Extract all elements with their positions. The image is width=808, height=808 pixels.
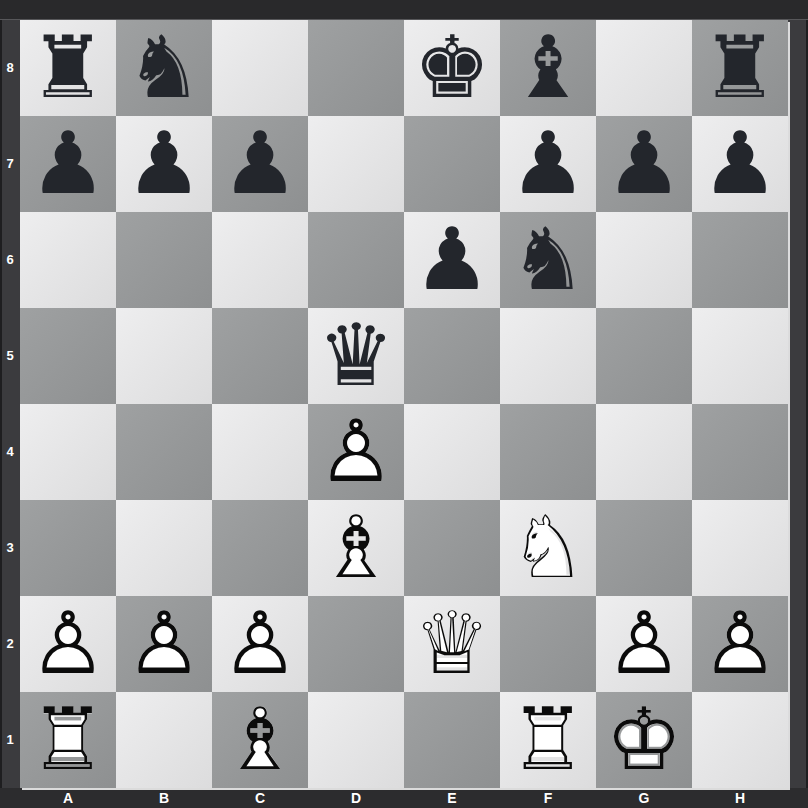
- piece-outline: ♙: [308, 404, 404, 500]
- square-b3[interactable]: [116, 500, 212, 596]
- white-bishop[interactable]: ♝♗: [308, 500, 404, 596]
- black-pawn[interactable]: ♟: [596, 116, 692, 212]
- square-g2[interactable]: ♟♙: [596, 596, 692, 692]
- square-b8[interactable]: ♞: [116, 20, 212, 116]
- square-e6[interactable]: ♟: [404, 212, 500, 308]
- square-g4[interactable]: [596, 404, 692, 500]
- square-g6[interactable]: [596, 212, 692, 308]
- square-g8[interactable]: [596, 20, 692, 116]
- file-label-c: C: [212, 788, 308, 808]
- piece-outline: ♗: [308, 500, 404, 596]
- rank-label-7: 7: [0, 116, 20, 212]
- square-h8[interactable]: ♜: [692, 20, 788, 116]
- white-pawn[interactable]: ♟♙: [308, 404, 404, 500]
- file-label-a: A: [20, 788, 116, 808]
- square-c6[interactable]: [212, 212, 308, 308]
- square-b4[interactable]: [116, 404, 212, 500]
- square-b7[interactable]: ♟: [116, 116, 212, 212]
- square-c7[interactable]: ♟: [212, 116, 308, 212]
- black-bishop[interactable]: ♝: [500, 20, 596, 116]
- square-d5[interactable]: ♛: [308, 308, 404, 404]
- black-pawn[interactable]: ♟: [212, 116, 308, 212]
- white-pawn[interactable]: ♟♙: [20, 596, 116, 692]
- square-b6[interactable]: [116, 212, 212, 308]
- rank-label-2: 2: [0, 596, 20, 692]
- white-bishop[interactable]: ♝♗: [212, 692, 308, 788]
- piece-outline: ♕: [404, 596, 500, 692]
- square-h2[interactable]: ♟♙: [692, 596, 788, 692]
- piece-outline: ♗: [212, 692, 308, 788]
- piece-outline: ♙: [596, 596, 692, 692]
- square-g5[interactable]: [596, 308, 692, 404]
- black-pawn[interactable]: ♟: [500, 116, 596, 212]
- square-b5[interactable]: [116, 308, 212, 404]
- square-c3[interactable]: [212, 500, 308, 596]
- square-f1[interactable]: ♜♖: [500, 692, 596, 788]
- file-label-f: F: [500, 788, 596, 808]
- frame-top-border: [0, 0, 808, 20]
- file-label-g: G: [596, 788, 692, 808]
- square-c5[interactable]: [212, 308, 308, 404]
- white-pawn[interactable]: ♟♙: [212, 596, 308, 692]
- white-pawn[interactable]: ♟♙: [116, 596, 212, 692]
- square-g1[interactable]: ♚♔: [596, 692, 692, 788]
- square-a8[interactable]: ♜: [20, 20, 116, 116]
- black-rook[interactable]: ♜: [20, 20, 116, 116]
- black-rook[interactable]: ♜: [692, 20, 788, 116]
- rank-label-6: 6: [0, 212, 20, 308]
- square-a7[interactable]: ♟: [20, 116, 116, 212]
- piece-outline: ♙: [20, 596, 116, 692]
- square-h5[interactable]: [692, 308, 788, 404]
- white-rook[interactable]: ♜♖: [20, 692, 116, 788]
- square-e5[interactable]: [404, 308, 500, 404]
- piece-outline: ♘: [500, 500, 596, 596]
- square-a4[interactable]: [20, 404, 116, 500]
- square-h7[interactable]: ♟: [692, 116, 788, 212]
- square-a1[interactable]: ♜♖: [20, 692, 116, 788]
- piece-outline: ♔: [596, 692, 692, 788]
- square-c2[interactable]: ♟♙: [212, 596, 308, 692]
- rank-label-8: 8: [0, 20, 20, 116]
- square-f5[interactable]: [500, 308, 596, 404]
- piece-outline: ♖: [500, 692, 596, 788]
- chess-board-frame: ♜♞♚♝♜♟♟♟♟♟♟♟♞♛♟♙♝♗♞♘♟♙♟♙♟♙♛♕♟♙♟♙♜♖♝♗♜♖♚♔…: [0, 0, 808, 808]
- white-knight[interactable]: ♞♘: [500, 500, 596, 596]
- square-f3[interactable]: ♞♘: [500, 500, 596, 596]
- square-d8[interactable]: [308, 20, 404, 116]
- board: ♜♞♚♝♜♟♟♟♟♟♟♟♞♛♟♙♝♗♞♘♟♙♟♙♟♙♛♕♟♙♟♙♜♖♝♗♜♖♚♔: [20, 20, 788, 788]
- square-h1[interactable]: [692, 692, 788, 788]
- rank-label-4: 4: [0, 404, 20, 500]
- square-e2[interactable]: ♛♕: [404, 596, 500, 692]
- black-pawn[interactable]: ♟: [20, 116, 116, 212]
- white-queen[interactable]: ♛♕: [404, 596, 500, 692]
- white-king[interactable]: ♚♔: [596, 692, 692, 788]
- square-f6[interactable]: ♞: [500, 212, 596, 308]
- square-f4[interactable]: [500, 404, 596, 500]
- square-g7[interactable]: ♟: [596, 116, 692, 212]
- white-pawn[interactable]: ♟♙: [596, 596, 692, 692]
- square-d3[interactable]: ♝♗: [308, 500, 404, 596]
- square-d1[interactable]: [308, 692, 404, 788]
- piece-outline: ♖: [20, 692, 116, 788]
- rank-label-5: 5: [0, 308, 20, 404]
- piece-outline: ♙: [212, 596, 308, 692]
- square-b2[interactable]: ♟♙: [116, 596, 212, 692]
- file-label-e: E: [404, 788, 500, 808]
- square-f2[interactable]: [500, 596, 596, 692]
- black-pawn[interactable]: ♟: [692, 116, 788, 212]
- square-e3[interactable]: [404, 500, 500, 596]
- square-c8[interactable]: [212, 20, 308, 116]
- square-d6[interactable]: [308, 212, 404, 308]
- square-h6[interactable]: [692, 212, 788, 308]
- square-f8[interactable]: ♝: [500, 20, 596, 116]
- black-pawn[interactable]: ♟: [404, 212, 500, 308]
- square-e8[interactable]: ♚: [404, 20, 500, 116]
- piece-outline: ♙: [692, 596, 788, 692]
- square-c1[interactable]: ♝♗: [212, 692, 308, 788]
- file-label-h: H: [692, 788, 788, 808]
- black-knight[interactable]: ♞: [116, 20, 212, 116]
- square-f7[interactable]: ♟: [500, 116, 596, 212]
- square-h4[interactable]: [692, 404, 788, 500]
- square-e1[interactable]: [404, 692, 500, 788]
- rank-label-3: 3: [0, 500, 20, 596]
- square-e7[interactable]: [404, 116, 500, 212]
- square-h3[interactable]: [692, 500, 788, 596]
- piece-outline: ♙: [116, 596, 212, 692]
- file-label-b: B: [116, 788, 212, 808]
- square-d7[interactable]: [308, 116, 404, 212]
- square-a3[interactable]: [20, 500, 116, 596]
- square-e4[interactable]: [404, 404, 500, 500]
- white-rook[interactable]: ♜♖: [500, 692, 596, 788]
- square-a2[interactable]: ♟♙: [20, 596, 116, 692]
- rank-label-1: 1: [0, 692, 20, 788]
- black-king[interactable]: ♚: [404, 20, 500, 116]
- black-pawn[interactable]: ♟: [116, 116, 212, 212]
- square-b1[interactable]: [116, 692, 212, 788]
- file-label-d: D: [308, 788, 404, 808]
- square-g3[interactable]: [596, 500, 692, 596]
- white-pawn[interactable]: ♟♙: [692, 596, 788, 692]
- square-a6[interactable]: [20, 212, 116, 308]
- black-knight[interactable]: ♞: [500, 212, 596, 308]
- square-a5[interactable]: [20, 308, 116, 404]
- black-queen[interactable]: ♛: [308, 308, 404, 404]
- square-c4[interactable]: [212, 404, 308, 500]
- square-d2[interactable]: [308, 596, 404, 692]
- square-d4[interactable]: ♟♙: [308, 404, 404, 500]
